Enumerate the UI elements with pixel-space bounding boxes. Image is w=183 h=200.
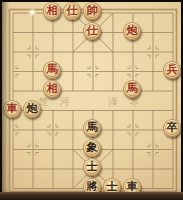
piece-black-advisor[interactable]: 士 <box>83 158 101 176</box>
piece-label: 仕 <box>67 2 78 20</box>
piece-label: 帥 <box>87 2 98 20</box>
piece-label: 炮 <box>127 22 138 40</box>
piece-red-soldier[interactable]: 兵 <box>163 61 181 79</box>
piece-red-elephant[interactable]: 相 <box>43 80 61 98</box>
piece-label: 象 <box>87 139 98 157</box>
piece-red-chariot[interactable]: 車 <box>3 100 21 118</box>
piece-label: 士 <box>87 158 98 176</box>
piece-label: 仕 <box>87 22 98 40</box>
piece-label: 相 <box>47 2 58 20</box>
piece-label: 相 <box>47 80 58 98</box>
app-window: 楚 河 漢 界 相仕帥仕炮馬兵相馬車炮馬卒象士將士車 ✦ <box>0 0 183 200</box>
piece-red-cannon[interactable]: 炮 <box>123 22 141 40</box>
piece-label: 馬 <box>127 80 138 98</box>
piece-black-cannon[interactable]: 炮 <box>23 100 41 118</box>
piece-red-advisor[interactable]: 仕 <box>83 22 101 40</box>
piece-red-elephant[interactable]: 相 <box>43 2 61 20</box>
piece-black-soldier[interactable]: 卒 <box>163 119 181 137</box>
piece-red-horse[interactable]: 馬 <box>43 61 61 79</box>
piece-label: 車 <box>7 100 18 118</box>
piece-label: 馬 <box>87 119 98 137</box>
piece-label: 馬 <box>47 61 58 79</box>
piece-black-horse[interactable]: 馬 <box>83 119 101 137</box>
piece-label: 炮 <box>27 100 38 118</box>
piece-red-general[interactable]: 帥 <box>83 2 101 20</box>
bottom-frame-bar <box>0 192 183 200</box>
piece-red-horse[interactable]: 馬 <box>123 80 141 98</box>
piece-label: 卒 <box>167 119 178 137</box>
piece-red-advisor[interactable]: 仕 <box>63 2 81 20</box>
piece-black-elephant[interactable]: 象 <box>83 139 101 157</box>
piece-label: 兵 <box>167 61 178 79</box>
